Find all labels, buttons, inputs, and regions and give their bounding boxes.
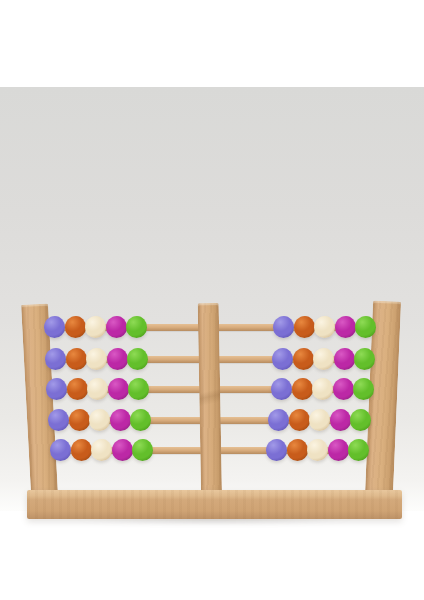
- bead-green: [126, 316, 147, 338]
- bead-natural: [307, 439, 328, 461]
- bead-orange: [66, 348, 87, 370]
- bead-orange: [67, 378, 88, 400]
- bead-purple: [268, 409, 289, 431]
- product-photo-canvas: [0, 0, 424, 600]
- bead-group-right-rod-3: [271, 378, 374, 400]
- bead-green: [127, 348, 148, 370]
- bead-green: [350, 409, 371, 431]
- bead-natural: [86, 348, 107, 370]
- bead-group-left-rod-1: [44, 316, 147, 338]
- bead-magenta: [110, 409, 131, 431]
- bead-purple: [273, 316, 294, 338]
- bead-magenta: [334, 348, 355, 370]
- bead-natural: [314, 316, 335, 338]
- bead-natural: [309, 409, 330, 431]
- bead-magenta: [330, 409, 351, 431]
- bead-purple: [271, 378, 292, 400]
- bead-green: [128, 378, 149, 400]
- bead-magenta: [335, 316, 356, 338]
- bead-orange: [69, 409, 90, 431]
- bead-orange: [294, 316, 315, 338]
- bead-orange: [287, 439, 308, 461]
- bead-purple: [50, 439, 71, 461]
- bead-group-right-rod-2: [272, 348, 375, 370]
- bead-orange: [71, 439, 92, 461]
- bead-natural: [312, 378, 333, 400]
- bead-green: [348, 439, 369, 461]
- bead-orange: [293, 348, 314, 370]
- bead-group-left-rod-5: [50, 439, 153, 461]
- bead-green: [130, 409, 151, 431]
- bead-group-right-rod-5: [266, 439, 369, 461]
- bead-orange: [292, 378, 313, 400]
- bead-green: [355, 316, 376, 338]
- bead-orange: [289, 409, 310, 431]
- bead-group-left-rod-4: [48, 409, 151, 431]
- bead-group-left-rod-3: [46, 378, 149, 400]
- bead-natural: [87, 378, 108, 400]
- photo-backdrop: [0, 87, 424, 511]
- bead-group-left-rod-2: [45, 348, 148, 370]
- bead-natural: [91, 439, 112, 461]
- base: [27, 490, 402, 519]
- bead-orange: [65, 316, 86, 338]
- bead-natural: [89, 409, 110, 431]
- bead-purple: [272, 348, 293, 370]
- bead-green: [132, 439, 153, 461]
- bead-purple: [46, 378, 67, 400]
- bead-group-right-rod-4: [268, 409, 371, 431]
- bead-magenta: [107, 348, 128, 370]
- bead-magenta: [108, 378, 129, 400]
- bead-purple: [48, 409, 69, 431]
- center-post: [198, 303, 222, 494]
- bead-purple: [266, 439, 287, 461]
- bead-magenta: [333, 378, 354, 400]
- bead-group-right-rod-1: [273, 316, 376, 338]
- bead-magenta: [112, 439, 133, 461]
- bead-purple: [45, 348, 66, 370]
- abacus: [0, 87, 424, 598]
- bead-magenta: [328, 439, 349, 461]
- bead-green: [353, 378, 374, 400]
- bead-purple: [44, 316, 65, 338]
- bead-natural: [313, 348, 334, 370]
- bead-natural: [85, 316, 106, 338]
- bead-green: [354, 348, 375, 370]
- bead-magenta: [106, 316, 127, 338]
